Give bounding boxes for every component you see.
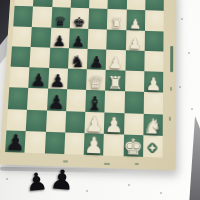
square-a3[interactable]	[8, 87, 29, 109]
white-rook[interactable]: ♜	[107, 75, 123, 92]
photo-edge-dark-sliver	[189, 116, 200, 200]
square-a2[interactable]	[6, 109, 27, 131]
square-b4[interactable]: ♟	[28, 67, 48, 89]
square-b3[interactable]	[27, 88, 47, 110]
black-pawn[interactable]: ♟	[52, 35, 66, 49]
square-b5[interactable]	[30, 47, 50, 68]
margin-coordinate-mark	[169, 117, 171, 121]
square-g7[interactable]: ♟	[126, 10, 145, 31]
square-d4[interactable]	[67, 69, 87, 91]
square-h8[interactable]	[145, 0, 164, 11]
square-f4[interactable]: ♜	[105, 70, 125, 92]
square-a1[interactable]: ♟	[5, 130, 26, 153]
black-pawn[interactable]: ♟	[49, 73, 66, 90]
margin-coordinate-mark	[135, 163, 139, 165]
captured-black-piece[interactable]: ♟	[49, 165, 75, 194]
white-queen[interactable]: ♛	[88, 75, 104, 92]
dust-speck	[6, 178, 8, 180]
white-pawn[interactable]: ♟	[145, 77, 161, 94]
square-d5[interactable]: ♞	[68, 48, 88, 69]
square-g5[interactable]	[125, 50, 144, 71]
square-b7[interactable]	[32, 7, 52, 28]
square-d6[interactable]: ♟	[69, 28, 89, 49]
board-edge-brand-text	[170, 46, 173, 72]
board-grid: ♛♚♜♟♟♟♟♞♟♟♟♟♛♜♟♟♝♟♟♞♟♟♚	[5, 0, 164, 158]
square-g8[interactable]	[126, 0, 145, 10]
board-margin: ♛♚♜♟♟♟♟♞♟♟♟♟♛♜♟♟♝♟♟♞♟♟♚	[0, 0, 176, 171]
square-c4[interactable]: ♟	[48, 68, 68, 90]
chess-photo-scene: ♛♚♜♟♟♟♟♞♟♟♟♟♛♜♟♟♝♟♟♞♟♟♚ ♟♟	[0, 0, 200, 200]
square-b6[interactable]	[31, 27, 51, 48]
dust-speck	[188, 52, 190, 54]
black-pawn[interactable]: ♟	[30, 73, 47, 90]
margin-coordinate-mark	[170, 87, 172, 91]
square-d2[interactable]	[65, 111, 85, 133]
square-e2[interactable]: ♟	[85, 111, 105, 133]
four-point-star-brand-emblem	[146, 139, 159, 153]
black-knight[interactable]: ♞	[70, 54, 85, 70]
white-rook[interactable]: ♜	[110, 18, 123, 31]
dust-speck	[12, 150, 14, 152]
square-f6[interactable]	[107, 29, 126, 50]
white-pawn[interactable]: ♟	[129, 18, 141, 31]
square-h4[interactable]: ♟	[144, 71, 163, 93]
square-d3[interactable]	[66, 89, 86, 111]
margin-coordinate-mark	[63, 160, 68, 162]
dust-speck	[86, 190, 88, 192]
margin-coordinate-mark	[104, 163, 110, 165]
square-d1[interactable]	[64, 132, 84, 155]
square-c6[interactable]: ♟	[50, 27, 70, 48]
square-c3[interactable]: ♟	[47, 89, 67, 111]
square-a5[interactable]	[11, 46, 31, 67]
square-f5[interactable]: ♟	[106, 49, 126, 70]
square-g6[interactable]: ♟	[125, 30, 144, 51]
black-pawn[interactable]: ♟	[89, 55, 104, 71]
square-e1[interactable]: ♟	[84, 133, 104, 156]
square-f7[interactable]: ♜	[107, 9, 126, 30]
square-b2[interactable]	[26, 109, 47, 131]
black-queen[interactable]: ♛	[54, 16, 67, 29]
square-c7[interactable]: ♛	[51, 7, 71, 28]
square-e3[interactable]: ♝	[85, 90, 105, 112]
square-g1[interactable]: ♚	[123, 134, 143, 157]
square-e7[interactable]	[88, 9, 107, 30]
white-pawn[interactable]: ♟	[84, 135, 104, 157]
square-a6[interactable]	[12, 26, 32, 47]
white-knight[interactable]: ♞	[144, 116, 163, 136]
black-pawn[interactable]: ♟	[48, 93, 66, 112]
square-e4[interactable]: ♛	[86, 69, 106, 91]
square-h7[interactable]	[145, 10, 164, 31]
white-pawn[interactable]: ♟	[128, 37, 142, 51]
dust-speck	[181, 18, 183, 20]
black-pawn[interactable]: ♟	[5, 132, 26, 154]
white-king[interactable]: ♚	[123, 136, 143, 158]
chess-board: ♛♚♜♟♟♟♟♞♟♟♟♟♛♜♟♟♝♟♟♞♟♟♚	[0, 0, 176, 171]
square-h2[interactable]: ♞	[143, 113, 163, 135]
captured-black-piece[interactable]: ♟	[25, 169, 49, 195]
square-h6[interactable]	[144, 30, 163, 51]
square-g4[interactable]	[125, 71, 145, 93]
white-pawn[interactable]: ♟	[105, 115, 124, 135]
dust-speck	[191, 108, 193, 110]
square-g2[interactable]	[124, 113, 144, 135]
square-h3[interactable]	[143, 92, 163, 114]
dust-speck	[160, 192, 162, 194]
black-bishop[interactable]: ♝	[86, 94, 104, 113]
dust-speck	[179, 86, 181, 88]
square-c5[interactable]	[49, 47, 69, 68]
square-c1[interactable]	[44, 132, 65, 155]
dust-speck	[128, 184, 130, 186]
square-b1[interactable]	[25, 131, 46, 154]
square-f2[interactable]: ♟	[104, 112, 124, 134]
square-a4[interactable]	[9, 67, 29, 89]
square-d7[interactable]: ♚	[70, 8, 90, 29]
square-h5[interactable]	[144, 51, 163, 72]
white-pawn[interactable]: ♟	[108, 56, 123, 72]
square-f3[interactable]	[105, 91, 125, 113]
square-g3[interactable]	[124, 91, 144, 113]
black-king[interactable]: ♚	[73, 16, 86, 29]
black-pawn[interactable]: ♟	[71, 35, 85, 49]
square-a7[interactable]	[13, 6, 33, 27]
square-e5[interactable]: ♟	[87, 49, 107, 70]
square-e6[interactable]	[88, 28, 108, 49]
